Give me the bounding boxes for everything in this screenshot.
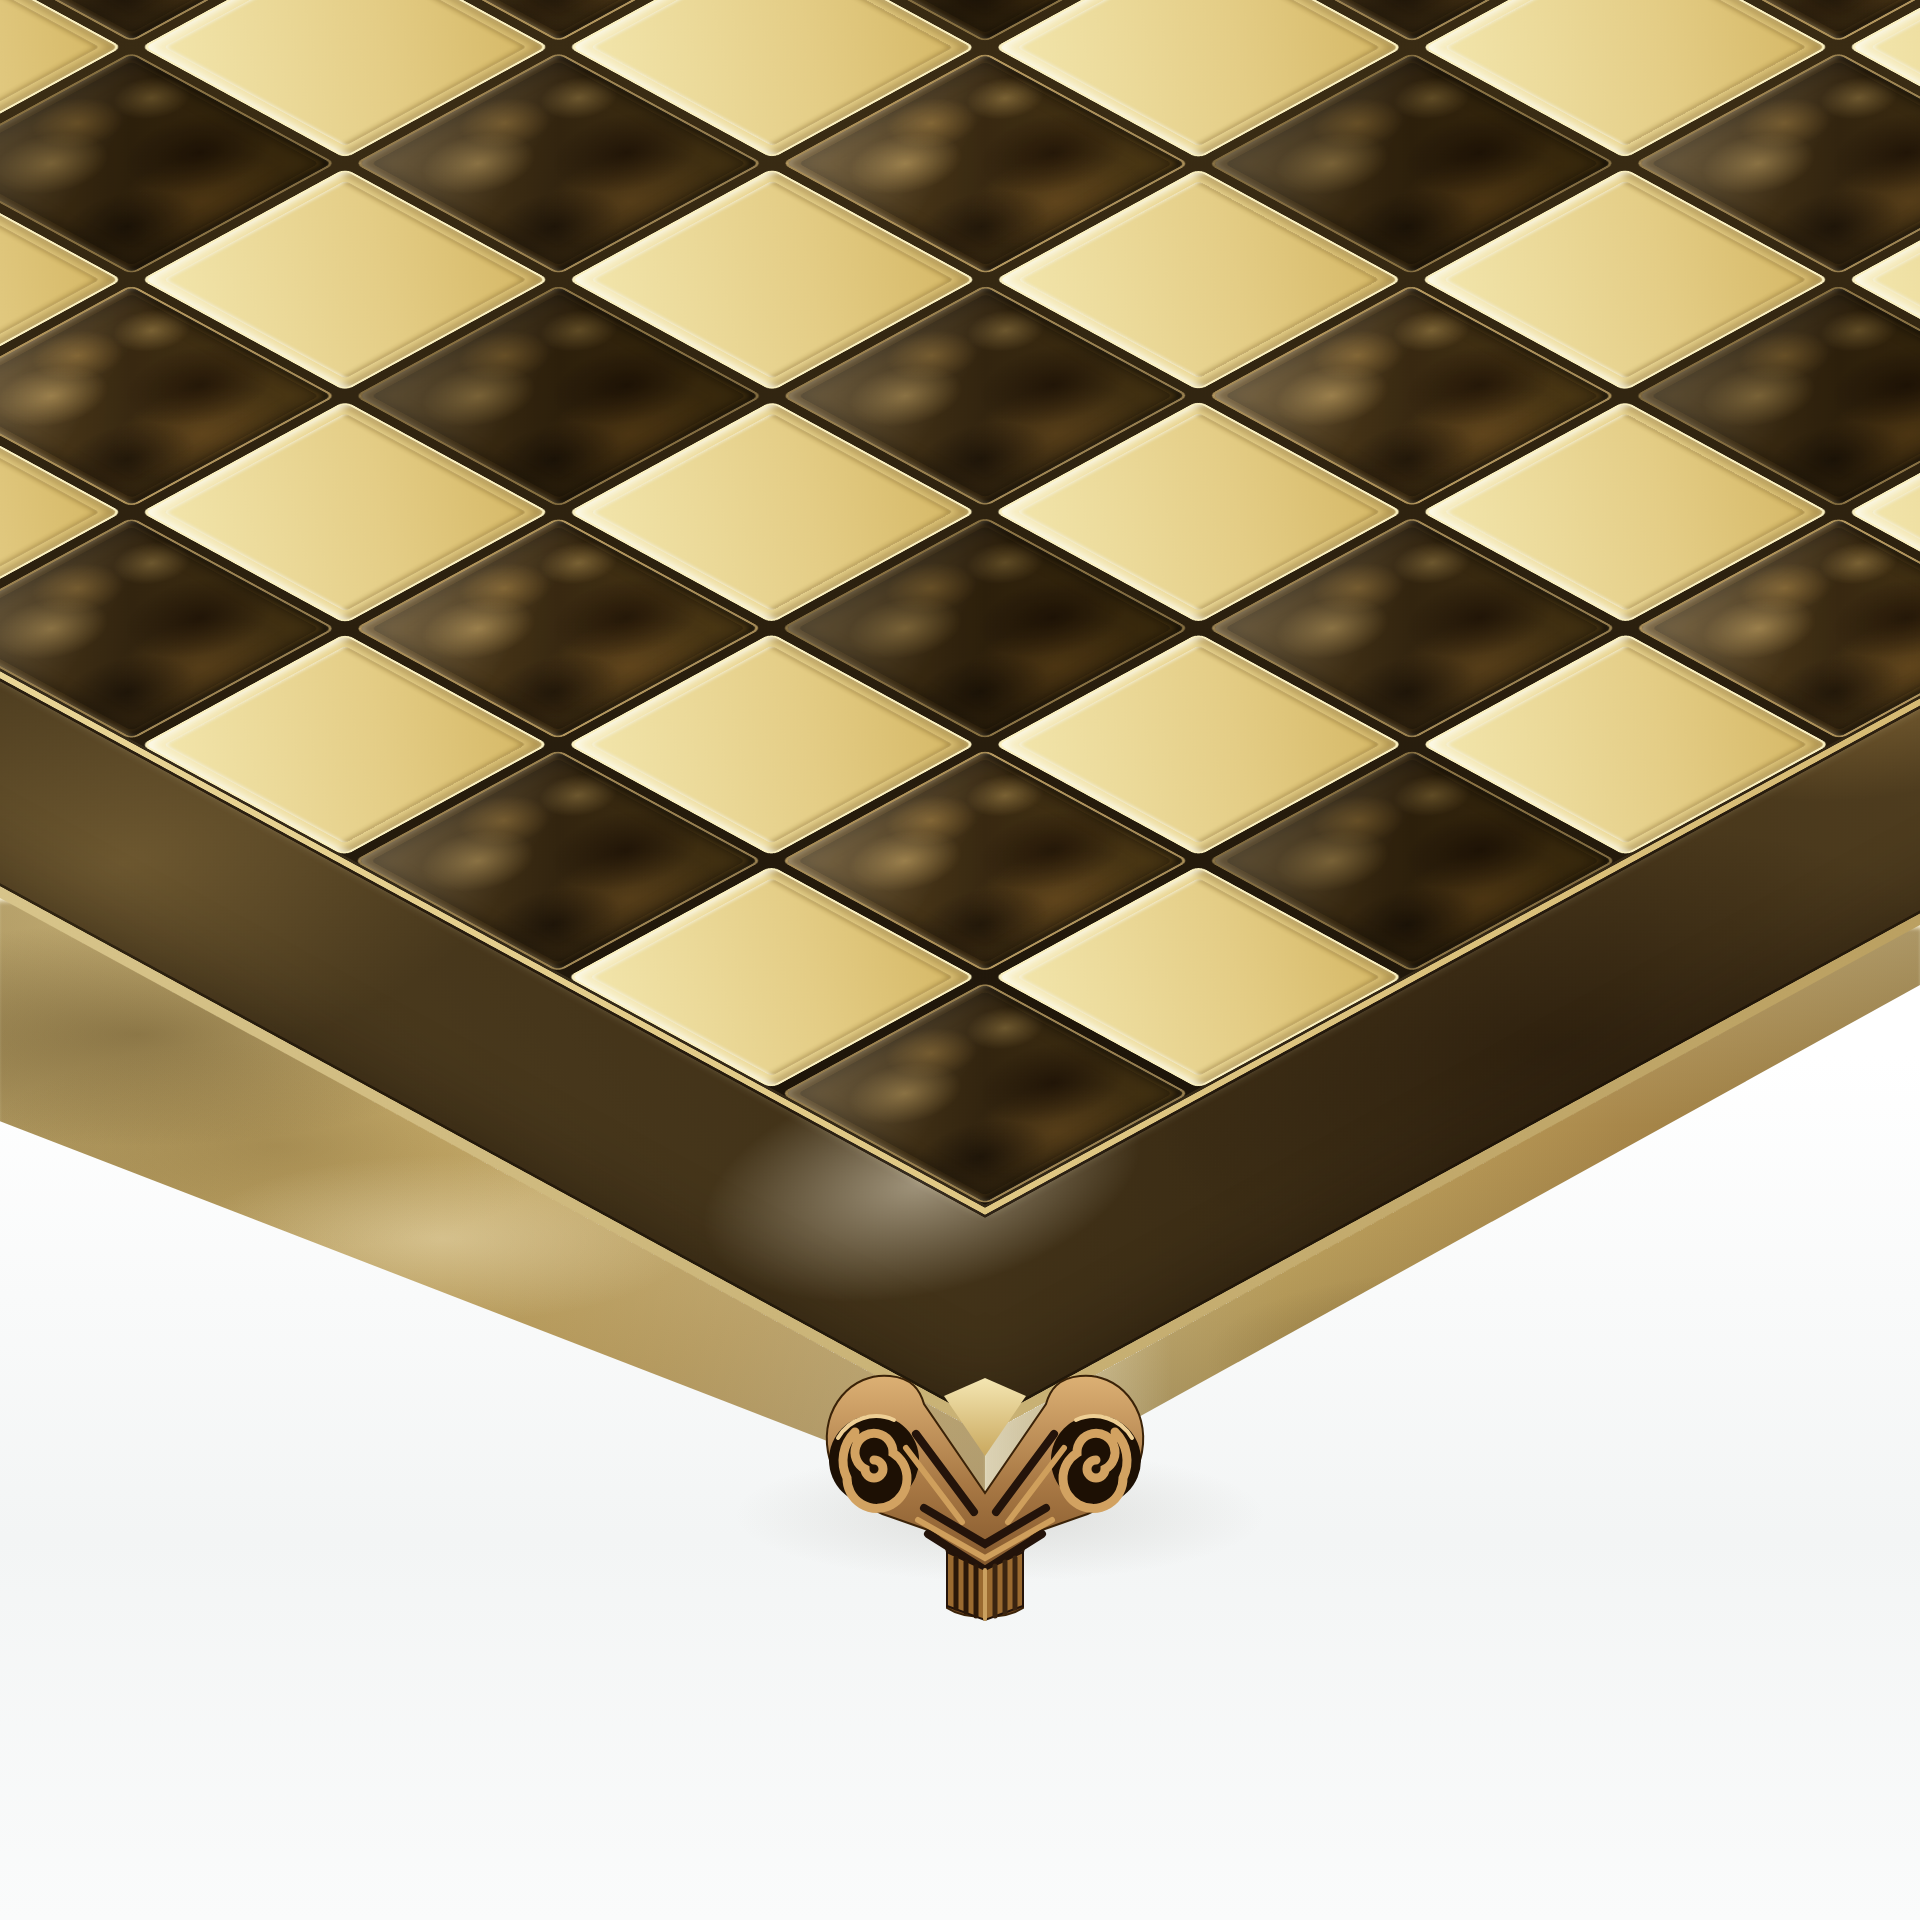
ionic-capital-foot-icon xyxy=(812,1356,1158,1624)
photo-scene xyxy=(0,0,1920,1920)
